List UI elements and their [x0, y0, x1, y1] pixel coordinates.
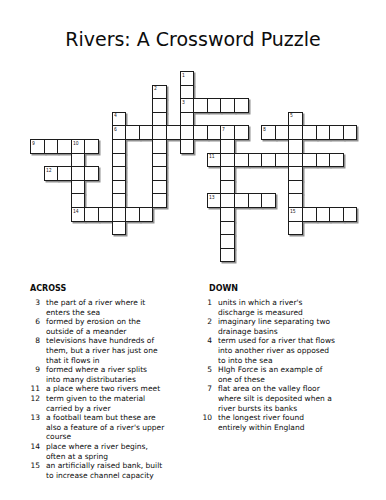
grid-cell[interactable] — [152, 98, 167, 113]
down-header: DOWN — [209, 284, 238, 293]
cell-number: 6 — [114, 127, 117, 132]
grid-cell[interactable] — [261, 153, 276, 168]
clue-item: 9formed where a river splits into many d… — [30, 365, 196, 384]
grid-cell[interactable] — [288, 125, 303, 140]
grid-cell[interactable] — [248, 153, 263, 168]
clue-item: 15an artificially raised bank, built to … — [30, 461, 196, 480]
grid-cell[interactable] — [71, 180, 86, 195]
cell-number: 3 — [182, 100, 185, 105]
grid-cell[interactable]: 6 — [112, 125, 127, 140]
grid-cell[interactable] — [139, 207, 154, 222]
cell-number: 14 — [73, 209, 79, 214]
grid-cell[interactable]: 2 — [152, 85, 167, 100]
grid-cell[interactable] — [98, 207, 113, 222]
clue-item: 5HIgh Force is an example of one of thes… — [202, 365, 378, 384]
clue-text: place where a river begins, often at a s… — [46, 442, 148, 461]
grid-cell[interactable] — [234, 125, 249, 140]
grid-cell[interactable]: 12 — [44, 166, 59, 181]
clue-text: a football team but these are also a fea… — [46, 413, 164, 442]
grid-cell[interactable]: 7 — [220, 125, 235, 140]
grid-cell[interactable] — [329, 207, 344, 222]
grid-cell[interactable] — [234, 153, 249, 168]
cell-number: 10 — [73, 141, 79, 146]
grid-cell[interactable] — [329, 125, 344, 140]
clue-item: 8televisions have hundreds of them, but … — [30, 336, 196, 365]
clue-number: 11 — [30, 384, 40, 394]
across-header: ACROSS — [30, 284, 66, 293]
grid-cell[interactable] — [220, 166, 235, 181]
grid-cell[interactable] — [84, 139, 99, 154]
grid-cell[interactable] — [112, 193, 127, 208]
grid-cell[interactable]: 5 — [288, 112, 303, 127]
grid-cell[interactable] — [193, 125, 208, 140]
grid-cell[interactable] — [180, 85, 195, 100]
grid-cell[interactable] — [288, 139, 303, 154]
grid-cell[interactable] — [220, 139, 235, 154]
clue-number: 3 — [30, 298, 40, 317]
clue-item: 4term used for a river that flows into a… — [202, 336, 378, 365]
grid-cell[interactable] — [316, 207, 331, 222]
grid-cell[interactable] — [57, 139, 72, 154]
clue-text: term used for a river that flows into an… — [218, 336, 335, 365]
clue-text: formed by erosion on the outside of a me… — [46, 317, 141, 336]
grid-cell[interactable] — [84, 207, 99, 222]
grid-cell[interactable] — [248, 193, 263, 208]
grid-cell[interactable] — [71, 166, 86, 181]
cell-number: 4 — [114, 113, 117, 118]
grid-cell[interactable] — [220, 234, 235, 249]
cell-number: 7 — [222, 127, 225, 132]
grid-cell[interactable]: 1 — [180, 71, 195, 86]
clue-number: 10 — [202, 413, 212, 432]
clue-item: 7flat area on the valley floor where sil… — [202, 384, 378, 413]
grid-cell[interactable] — [275, 153, 290, 168]
grid-cell[interactable] — [152, 166, 167, 181]
clue-text: formed where a river splits into many di… — [46, 365, 147, 384]
clue-number: 1 — [202, 298, 212, 317]
grid-cell[interactable] — [152, 193, 167, 208]
clue-number: 7 — [202, 384, 212, 413]
grid-cell[interactable] — [180, 139, 195, 154]
grid-cell[interactable] — [57, 166, 72, 181]
clue-text: imaginary line separating two drainage b… — [218, 317, 330, 336]
clue-item: 11a place where two rivers meet — [30, 384, 196, 394]
grid-cell[interactable]: 9 — [30, 139, 45, 154]
grid-cell[interactable] — [288, 153, 303, 168]
grid-cell[interactable] — [125, 125, 140, 140]
grid-cell[interactable]: 8 — [261, 125, 276, 140]
grid-cell[interactable] — [152, 153, 167, 168]
clue-number: 6 — [30, 317, 40, 336]
cell-number: 15 — [290, 209, 296, 214]
grid-cell[interactable] — [112, 221, 127, 236]
grid-cell[interactable] — [316, 125, 331, 140]
clue-text: units in which a river's discharge is me… — [218, 298, 303, 317]
cell-number: 5 — [290, 113, 293, 118]
clue-text: HIgh Force is an example of one of these — [218, 365, 322, 384]
clue-number: 9 — [30, 365, 40, 384]
clue-number: 4 — [202, 336, 212, 365]
grid-cell[interactable] — [275, 125, 290, 140]
clue-text: a place where two rivers meet — [46, 384, 160, 394]
grid-cell[interactable] — [234, 193, 249, 208]
grid-cell[interactable] — [261, 193, 276, 208]
clue-text: televisions have hundreds of them, but a… — [46, 336, 158, 365]
cell-number: 8 — [263, 127, 266, 132]
grid-cell[interactable] — [220, 248, 235, 263]
grid-cell[interactable] — [152, 139, 167, 154]
clue-number: 5 — [202, 365, 212, 384]
grid-cell[interactable] — [288, 221, 303, 236]
clue-number: 8 — [30, 336, 40, 365]
clue-item: 3the part of a river where it enters the… — [30, 298, 196, 317]
grid-cell[interactable] — [112, 153, 127, 168]
grid-cell[interactable] — [316, 153, 331, 168]
grid-cell[interactable] — [180, 125, 195, 140]
down-clue-list: 1units in which a river's discharge is m… — [202, 298, 378, 432]
clue-item: 14place where a river begins, often at a… — [30, 442, 196, 461]
clue-number: 12 — [30, 394, 40, 413]
grid-cell[interactable] — [152, 180, 167, 195]
clue-text: term given to the material carried by a … — [46, 394, 145, 413]
grid-cell[interactable] — [152, 125, 167, 140]
grid-cell[interactable] — [112, 166, 127, 181]
grid-cell[interactable]: 15 — [288, 207, 303, 222]
grid-cell[interactable] — [180, 112, 195, 127]
grid-cell[interactable] — [288, 193, 303, 208]
grid-cell[interactable] — [112, 139, 127, 154]
clue-number: 2 — [202, 317, 212, 336]
grid-cell[interactable] — [71, 153, 86, 168]
grid-cell[interactable] — [220, 98, 235, 113]
grid-cell[interactable] — [71, 193, 86, 208]
grid-cell[interactable] — [125, 207, 140, 222]
grid-cell[interactable] — [220, 193, 235, 208]
grid-cell[interactable] — [166, 125, 181, 140]
clue-item: 1units in which a river's discharge is m… — [202, 298, 378, 317]
grid-cell[interactable] — [152, 112, 167, 127]
clue-text: the longest river found entirely within … — [218, 413, 304, 432]
clue-text: the part of a river where it enters the … — [46, 298, 145, 317]
cell-number: 12 — [46, 168, 52, 173]
cell-number: 2 — [154, 86, 157, 91]
grid-cell[interactable]: 3 — [180, 98, 195, 113]
grid-cell[interactable] — [193, 98, 208, 113]
across-clue-list: 3the part of a river where it enters the… — [30, 298, 196, 480]
grid-cell[interactable] — [220, 180, 235, 195]
grid-cell[interactable] — [112, 180, 127, 195]
cell-number: 9 — [32, 141, 35, 146]
clue-item: 12term given to the material carried by … — [30, 394, 196, 413]
clue-item: 2imaginary line separating two drainage … — [202, 317, 378, 336]
grid-cell[interactable] — [220, 153, 235, 168]
clue-item: 6formed by erosion on the outside of a m… — [30, 317, 196, 336]
grid-cell[interactable] — [207, 98, 222, 113]
grid-cell[interactable] — [220, 221, 235, 236]
clue-number: 14 — [30, 442, 40, 461]
grid-cell[interactable] — [288, 166, 303, 181]
clue-text: flat area on the valley floor where silt… — [218, 384, 332, 413]
clue-text: an artificially raised bank, built to in… — [46, 461, 162, 480]
grid-cell[interactable] — [112, 207, 127, 222]
grid-cell[interactable] — [288, 180, 303, 195]
cell-number: 1 — [182, 73, 185, 78]
grid-cell[interactable]: 13 — [207, 193, 222, 208]
grid-cell[interactable]: 14 — [71, 207, 86, 222]
grid-cell[interactable]: 11 — [207, 153, 222, 168]
grid-cell[interactable] — [302, 207, 317, 222]
grid-cell[interactable] — [302, 125, 317, 140]
grid-cell[interactable] — [220, 207, 235, 222]
grid-cell[interactable] — [44, 139, 59, 154]
clue-item: 13a football team but these are also a f… — [30, 413, 196, 442]
grid-cell[interactable] — [139, 125, 154, 140]
clue-number: 13 — [30, 413, 40, 442]
grid-cell[interactable]: 10 — [71, 139, 86, 154]
clue-number: 15 — [30, 461, 40, 480]
grid-cell[interactable] — [302, 153, 317, 168]
grid-cell[interactable]: 4 — [112, 112, 127, 127]
crossword-grid: 123456789101112131415 — [30, 71, 370, 271]
grid-cell[interactable] — [84, 166, 99, 181]
grid-cell[interactable] — [207, 125, 222, 140]
grid-cell[interactable] — [343, 125, 358, 140]
cell-number: 13 — [209, 195, 215, 200]
cell-number: 11 — [209, 154, 215, 159]
grid-cell[interactable] — [234, 98, 249, 113]
clue-item: 10the longest river found entirely withi… — [202, 413, 378, 432]
page-title: Rivers: A Crossword Puzzle — [0, 28, 386, 50]
grid-cell[interactable] — [329, 153, 344, 168]
grid-cell[interactable] — [343, 207, 358, 222]
